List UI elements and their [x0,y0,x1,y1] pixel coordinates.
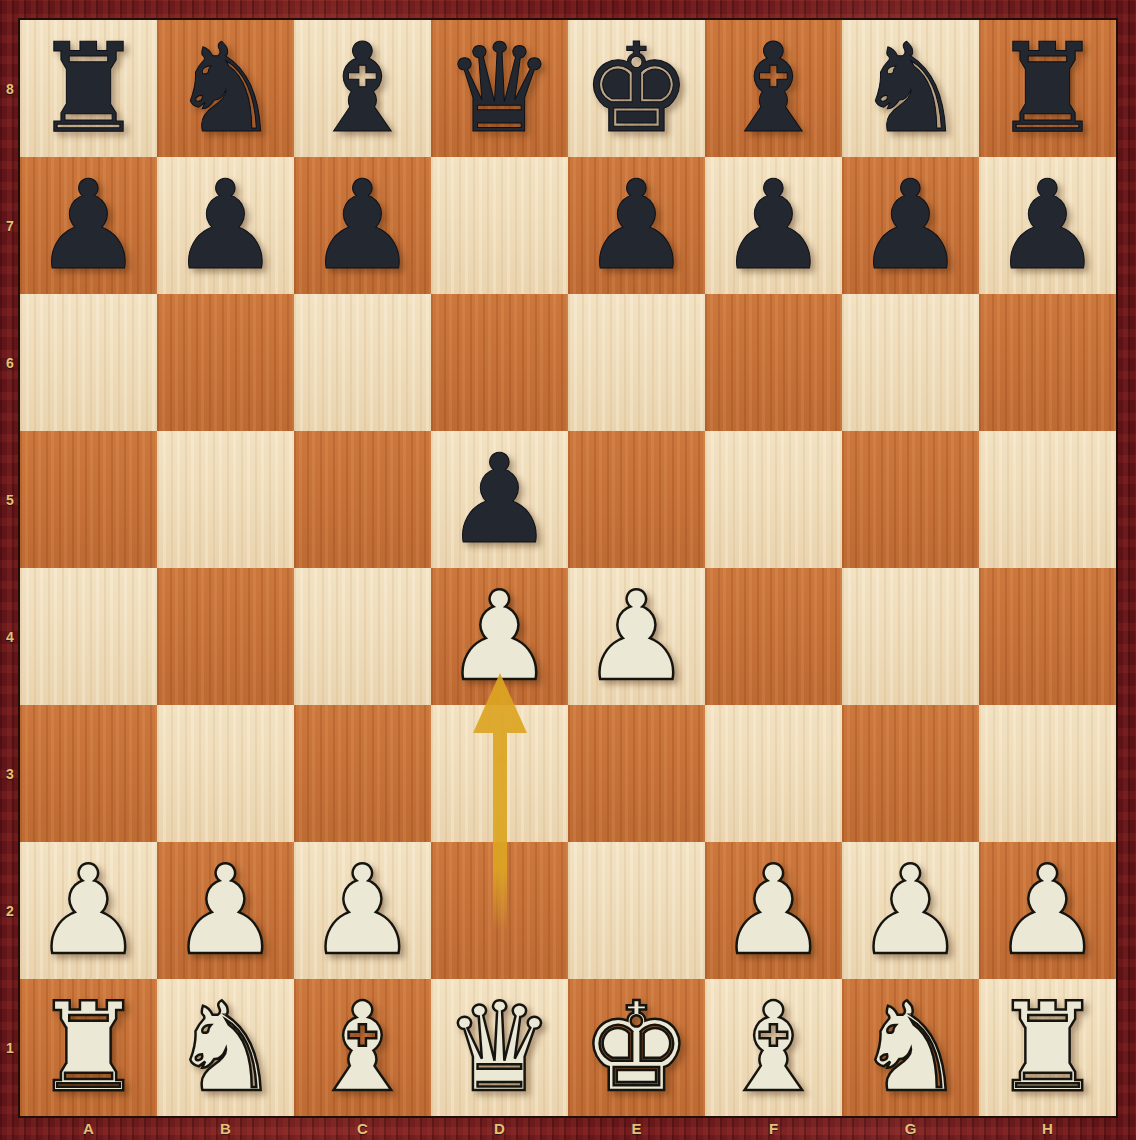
file-label: B [157,1116,294,1140]
square-a6[interactable] [20,294,157,431]
square-h3[interactable] [979,705,1116,842]
square-c6[interactable] [294,294,431,431]
square-b6[interactable] [157,294,294,431]
piece-white-pawn[interactable]: ♟ [157,842,294,979]
square-a1[interactable]: ♜ [20,979,157,1116]
square-g5[interactable] [842,431,979,568]
piece-black-rook[interactable]: ♜ [979,20,1116,157]
file-label: A [20,1116,157,1140]
square-a7[interactable]: ♟ [20,157,157,294]
rank-label: 2 [0,842,20,979]
square-e8[interactable]: ♚ [568,20,705,157]
square-b7[interactable]: ♟ [157,157,294,294]
square-b4[interactable] [157,568,294,705]
piece-black-pawn[interactable]: ♟ [294,157,431,294]
square-h4[interactable] [979,568,1116,705]
square-b2[interactable]: ♟ [157,842,294,979]
square-e3[interactable] [568,705,705,842]
square-g2[interactable]: ♟ [842,842,979,979]
square-g8[interactable]: ♞ [842,20,979,157]
piece-white-queen[interactable]: ♛ [431,979,568,1116]
rank-label: 3 [0,705,20,842]
square-f6[interactable] [705,294,842,431]
piece-white-pawn[interactable]: ♟ [568,568,705,705]
rank-label: 6 [0,294,20,431]
piece-black-knight[interactable]: ♞ [157,20,294,157]
square-h2[interactable]: ♟ [979,842,1116,979]
piece-white-pawn[interactable]: ♟ [842,842,979,979]
piece-white-bishop[interactable]: ♝ [705,979,842,1116]
square-e6[interactable] [568,294,705,431]
piece-black-pawn[interactable]: ♟ [979,157,1116,294]
file-label: H [979,1116,1116,1140]
piece-white-rook[interactable]: ♜ [979,979,1116,1116]
square-h5[interactable] [979,431,1116,568]
piece-white-pawn[interactable]: ♟ [705,842,842,979]
file-label: D [431,1116,568,1140]
square-a5[interactable] [20,431,157,568]
piece-white-pawn[interactable]: ♟ [20,842,157,979]
file-label: C [294,1116,431,1140]
piece-white-knight[interactable]: ♞ [842,979,979,1116]
square-d5[interactable]: ♟ [431,431,568,568]
file-label: F [705,1116,842,1140]
square-f2[interactable]: ♟ [705,842,842,979]
square-b1[interactable]: ♞ [157,979,294,1116]
square-d1[interactable]: ♛ [431,979,568,1116]
piece-white-bishop[interactable]: ♝ [294,979,431,1116]
rank-label: 8 [0,20,20,157]
square-f1[interactable]: ♝ [705,979,842,1116]
square-g1[interactable]: ♞ [842,979,979,1116]
square-f7[interactable]: ♟ [705,157,842,294]
file-coordinates: ABCDEFGH [20,1116,1116,1140]
rank-label: 4 [0,568,20,705]
square-c5[interactable] [294,431,431,568]
piece-black-bishop[interactable]: ♝ [705,20,842,157]
square-h6[interactable] [979,294,1116,431]
piece-white-rook[interactable]: ♜ [20,979,157,1116]
square-f5[interactable] [705,431,842,568]
square-d2[interactable] [431,842,568,979]
piece-black-king[interactable]: ♚ [568,20,705,157]
square-h8[interactable]: ♜ [979,20,1116,157]
square-d6[interactable] [431,294,568,431]
piece-white-pawn[interactable]: ♟ [431,568,568,705]
board-frame: 87654321 ♜♞♝♛♚♝♞♜♟♟♟♟♟♟♟♟♟♟♟♟♟♟♟♟♜♞♝♛♚♝♞… [0,0,1136,1140]
square-g4[interactable] [842,568,979,705]
piece-black-pawn[interactable]: ♟ [842,157,979,294]
square-c1[interactable]: ♝ [294,979,431,1116]
square-d4[interactable]: ♟ [431,568,568,705]
square-c3[interactable] [294,705,431,842]
square-h7[interactable]: ♟ [979,157,1116,294]
square-a8[interactable]: ♜ [20,20,157,157]
piece-black-pawn[interactable]: ♟ [705,157,842,294]
square-c4[interactable] [294,568,431,705]
file-label: G [842,1116,979,1140]
rank-label: 5 [0,431,20,568]
square-b8[interactable]: ♞ [157,20,294,157]
piece-black-pawn[interactable]: ♟ [20,157,157,294]
piece-white-king[interactable]: ♚ [568,979,705,1116]
square-c8[interactable]: ♝ [294,20,431,157]
piece-black-pawn[interactable]: ♟ [431,431,568,568]
file-label: E [568,1116,705,1140]
square-h1[interactable]: ♜ [979,979,1116,1116]
square-e2[interactable] [568,842,705,979]
square-d8[interactable]: ♛ [431,20,568,157]
square-d3[interactable] [431,705,568,842]
rank-label: 7 [0,157,20,294]
square-b5[interactable] [157,431,294,568]
square-f4[interactable] [705,568,842,705]
square-e4[interactable]: ♟ [568,568,705,705]
rank-label: 1 [0,979,20,1116]
square-c2[interactable]: ♟ [294,842,431,979]
square-e5[interactable] [568,431,705,568]
square-g6[interactable] [842,294,979,431]
square-c7[interactable]: ♟ [294,157,431,294]
chess-board[interactable]: ♜♞♝♛♚♝♞♜♟♟♟♟♟♟♟♟♟♟♟♟♟♟♟♟♜♞♝♛♚♝♞♜ [20,20,1116,1116]
square-e7[interactable]: ♟ [568,157,705,294]
square-e1[interactable]: ♚ [568,979,705,1116]
piece-black-pawn[interactable]: ♟ [157,157,294,294]
piece-white-pawn[interactable]: ♟ [294,842,431,979]
rank-coordinates: 87654321 [0,20,20,1116]
piece-black-pawn[interactable]: ♟ [568,157,705,294]
piece-white-knight[interactable]: ♞ [157,979,294,1116]
square-f3[interactable] [705,705,842,842]
square-b3[interactable] [157,705,294,842]
piece-white-pawn[interactable]: ♟ [979,842,1116,979]
square-g3[interactable] [842,705,979,842]
square-a3[interactable] [20,705,157,842]
square-f8[interactable]: ♝ [705,20,842,157]
piece-black-bishop[interactable]: ♝ [294,20,431,157]
piece-black-queen[interactable]: ♛ [431,20,568,157]
piece-black-rook[interactable]: ♜ [20,20,157,157]
piece-black-knight[interactable]: ♞ [842,20,979,157]
square-g7[interactable]: ♟ [842,157,979,294]
square-a4[interactable] [20,568,157,705]
square-d7[interactable] [431,157,568,294]
square-a2[interactable]: ♟ [20,842,157,979]
